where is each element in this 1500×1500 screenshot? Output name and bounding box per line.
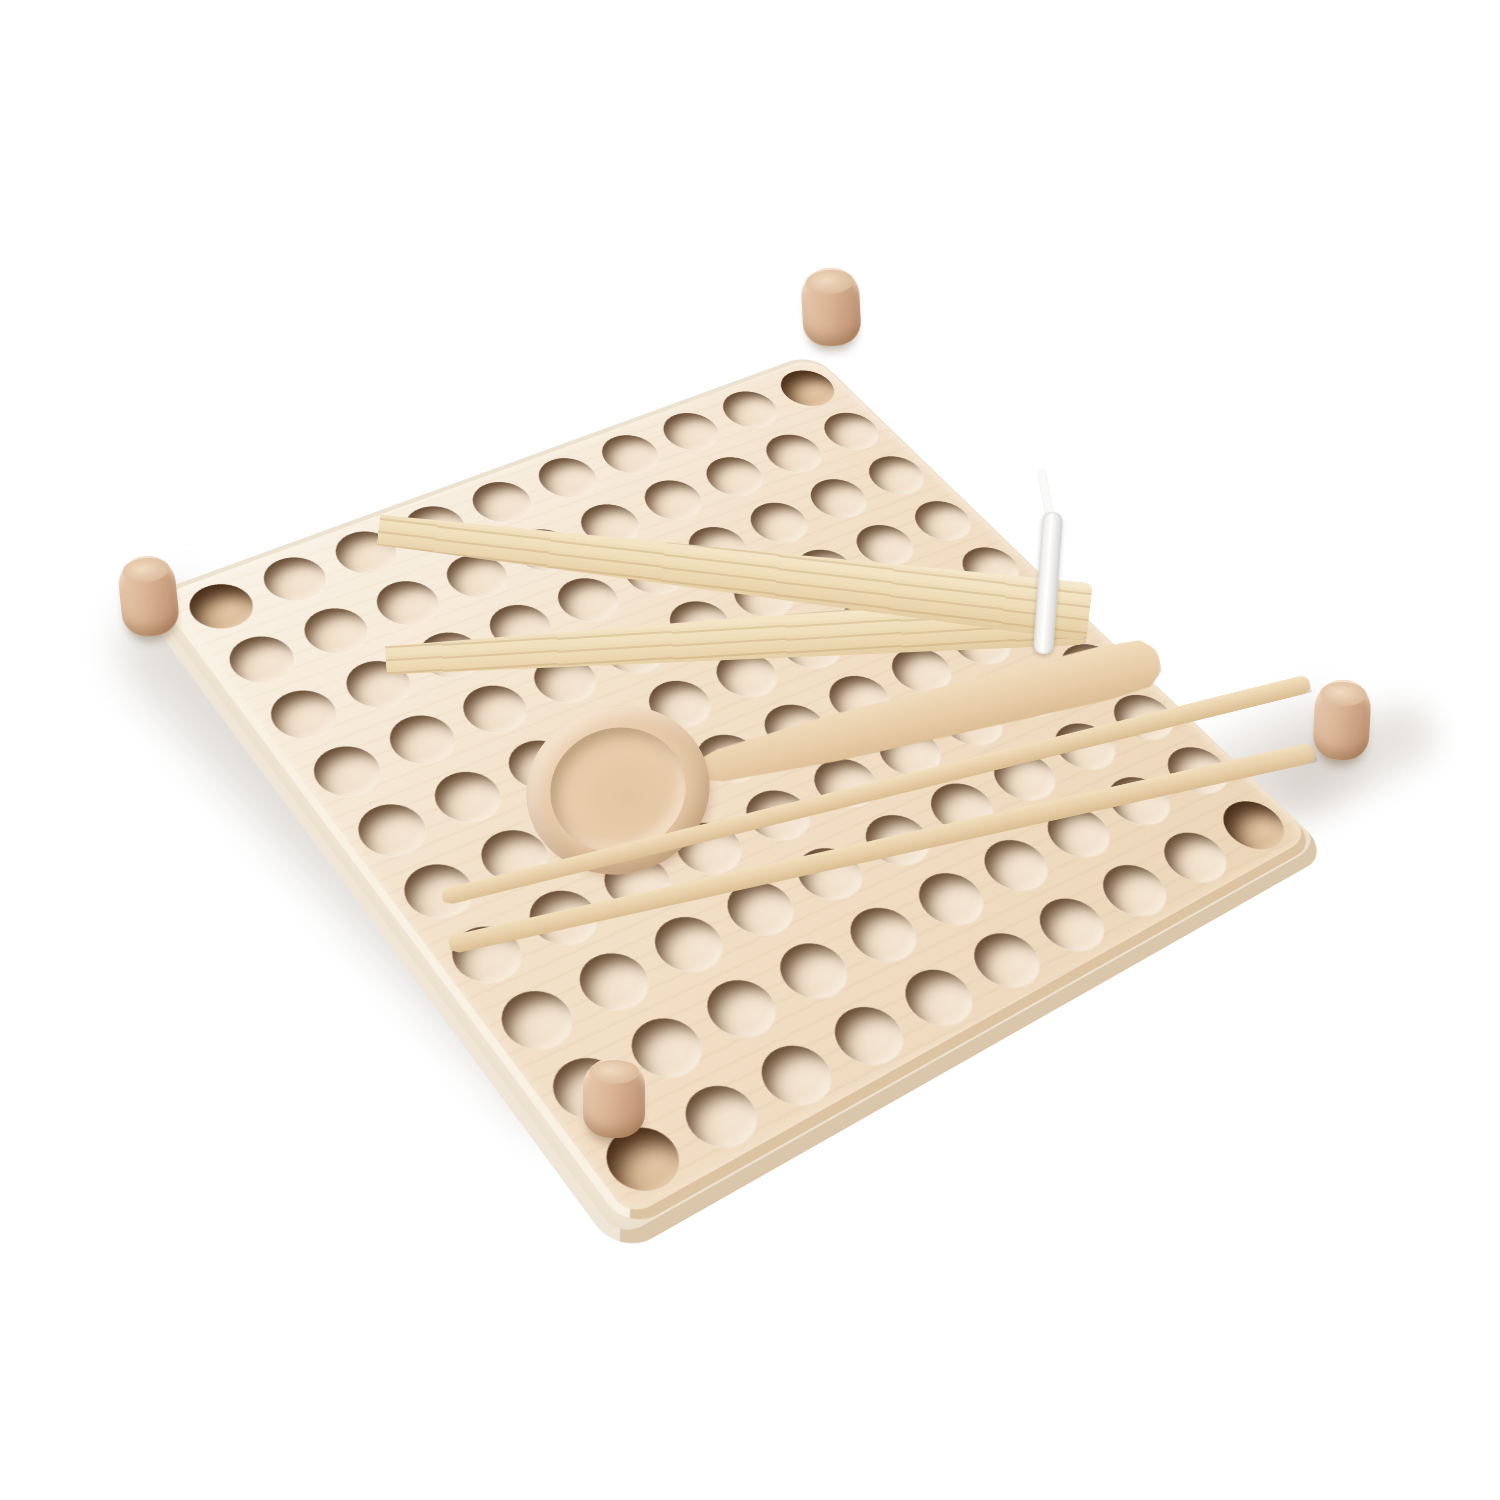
board-cell-r10c8 [1075, 844, 1194, 937]
board-hole-r10c7[interactable] [1026, 889, 1116, 960]
board-hole-r3c1[interactable] [259, 682, 348, 747]
board-hole-r10c2[interactable] [671, 1075, 770, 1159]
corner-peg-left[interactable] [116, 553, 181, 639]
board-hole-r10c6[interactable] [960, 924, 1052, 997]
board-hole-r9c7[interactable] [971, 831, 1060, 899]
board-hole-r10c3[interactable] [748, 1035, 845, 1116]
board-hole-r1c2[interactable] [252, 550, 336, 608]
board-cell-r9c6 [890, 852, 1011, 947]
corner-peg-top[interactable] [800, 267, 862, 348]
board-hole-r10c8[interactable] [1090, 856, 1179, 925]
board-hole-r9c5[interactable] [837, 898, 929, 971]
board-cell-r9c3 [677, 957, 805, 1061]
corner-peg-bottom[interactable] [583, 1058, 645, 1138]
board-cell-r9c5 [822, 886, 945, 984]
board-cell-r8c2 [550, 930, 678, 1033]
board-hole-r10c5[interactable] [892, 959, 985, 1035]
product-photo-stage [0, 0, 1500, 1500]
board-cell-r9c4 [751, 921, 876, 1022]
board-scene [317, 300, 1157, 1140]
board-hole-r4c3[interactable] [451, 677, 538, 740]
board-hole-r8c3[interactable] [642, 907, 735, 981]
board-cell-r4c2 [362, 696, 481, 783]
board-hole-r10c9[interactable] [1151, 824, 1238, 891]
board-hole-r5c1[interactable] [345, 795, 437, 865]
board-hole-r10c4[interactable] [821, 996, 916, 1074]
board-hole-r9c6[interactable] [905, 864, 995, 935]
board-hole-r9c3[interactable] [694, 970, 789, 1048]
board-hole-r8c1[interactable] [488, 980, 585, 1059]
corner-peg-right[interactable] [1312, 679, 1372, 762]
board-hole-r5c2[interactable] [422, 763, 512, 831]
